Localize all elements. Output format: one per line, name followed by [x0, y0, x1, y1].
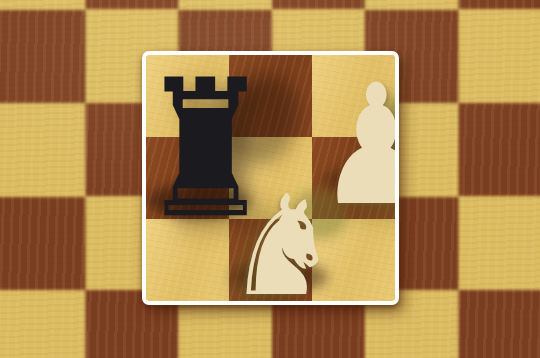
inset-board: ♜♟♞: [146, 55, 395, 301]
white-knight: ♞: [226, 177, 339, 301]
inset-photo-frame[interactable]: ♜♟♞: [142, 51, 399, 305]
chess-thumbnail: ♜♟♞: [0, 0, 540, 358]
